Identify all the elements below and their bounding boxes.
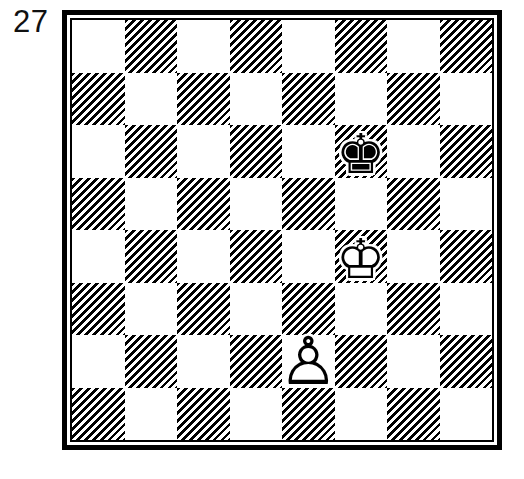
square-a3 xyxy=(72,283,125,336)
square-d1 xyxy=(230,388,283,441)
square-a5 xyxy=(72,178,125,231)
square-e2: ♟♙ xyxy=(282,335,335,388)
piece-white-king-f4: ♚♔ xyxy=(335,233,388,286)
square-b8 xyxy=(125,20,178,73)
square-h6 xyxy=(440,125,493,178)
square-a6 xyxy=(72,125,125,178)
square-d8 xyxy=(230,20,283,73)
square-g3 xyxy=(387,283,440,336)
square-c8 xyxy=(177,20,230,73)
square-h7 xyxy=(440,73,493,126)
square-b6 xyxy=(125,125,178,178)
square-b2 xyxy=(125,335,178,388)
square-a2 xyxy=(72,335,125,388)
square-d7 xyxy=(230,73,283,126)
square-h2 xyxy=(440,335,493,388)
square-d5 xyxy=(230,178,283,231)
square-b7 xyxy=(125,73,178,126)
square-b4 xyxy=(125,230,178,283)
board-inner-border: ♚♚♚♔♟♙ xyxy=(70,18,494,442)
square-c4 xyxy=(177,230,230,283)
square-c5 xyxy=(177,178,230,231)
square-f1 xyxy=(335,388,388,441)
square-g7 xyxy=(387,73,440,126)
white-king-glyph: ♔ xyxy=(335,233,388,286)
square-g6 xyxy=(387,125,440,178)
square-d3 xyxy=(230,283,283,336)
square-a4 xyxy=(72,230,125,283)
square-c1 xyxy=(177,388,230,441)
black-king-glyph: ♚ xyxy=(335,128,388,181)
square-f6: ♚♚ xyxy=(335,125,388,178)
square-a7 xyxy=(72,73,125,126)
square-h1 xyxy=(440,388,493,441)
square-h8 xyxy=(440,20,493,73)
square-e8 xyxy=(282,20,335,73)
square-c7 xyxy=(177,73,230,126)
square-h5 xyxy=(440,178,493,231)
square-d6 xyxy=(230,125,283,178)
chess-board: ♚♚♚♔♟♙ xyxy=(62,10,502,450)
piece-white-pawn-e2: ♟♙ xyxy=(282,336,335,389)
square-f7 xyxy=(335,73,388,126)
square-b5 xyxy=(125,178,178,231)
square-h3 xyxy=(440,283,493,336)
square-f5 xyxy=(335,178,388,231)
square-c6 xyxy=(177,125,230,178)
square-f8 xyxy=(335,20,388,73)
square-f3 xyxy=(335,283,388,336)
square-d4 xyxy=(230,230,283,283)
square-d2 xyxy=(230,335,283,388)
diagram-number: 27 xyxy=(13,4,48,40)
square-e5 xyxy=(282,178,335,231)
square-a1 xyxy=(72,388,125,441)
square-g4 xyxy=(387,230,440,283)
square-g5 xyxy=(387,178,440,231)
square-g8 xyxy=(387,20,440,73)
page: 27 ♚♚♚♔♟♙ xyxy=(0,0,524,479)
square-e1 xyxy=(282,388,335,441)
square-a8 xyxy=(72,20,125,73)
square-b3 xyxy=(125,283,178,336)
square-b1 xyxy=(125,388,178,441)
square-e6 xyxy=(282,125,335,178)
square-g1 xyxy=(387,388,440,441)
square-h4 xyxy=(440,230,493,283)
square-g2 xyxy=(387,335,440,388)
square-f2 xyxy=(335,335,388,388)
square-f4: ♚♔ xyxy=(335,230,388,283)
square-e4 xyxy=(282,230,335,283)
square-e7 xyxy=(282,73,335,126)
square-c3 xyxy=(177,283,230,336)
board-grid: ♚♚♚♔♟♙ xyxy=(72,20,492,440)
white-pawn-glyph: ♙ xyxy=(282,336,335,389)
piece-black-king-f6: ♚♚ xyxy=(335,128,388,181)
square-c2 xyxy=(177,335,230,388)
